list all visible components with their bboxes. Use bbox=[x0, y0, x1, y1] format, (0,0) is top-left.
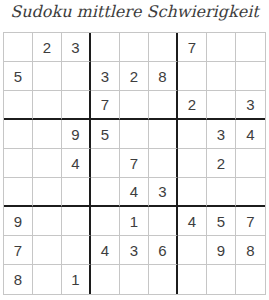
cell-r9c3[interactable]: 1 bbox=[62, 265, 91, 294]
cell-r9c6[interactable] bbox=[149, 265, 178, 294]
cell-r4c2[interactable] bbox=[33, 120, 62, 149]
cell-r1c5[interactable] bbox=[120, 33, 149, 62]
cell-r1c3[interactable]: 3 bbox=[62, 33, 91, 62]
cell-r6c7[interactable] bbox=[178, 178, 207, 207]
sudoku-page: Sudoku mittlere Schwierigkeit 2375328723… bbox=[0, 0, 269, 300]
cell-r7c3[interactable] bbox=[62, 207, 91, 236]
cell-r4c5[interactable] bbox=[120, 120, 149, 149]
cell-r8c5[interactable]: 3 bbox=[120, 236, 149, 265]
cell-r2c8[interactable] bbox=[207, 62, 236, 91]
cell-r9c1[interactable]: 8 bbox=[4, 265, 33, 294]
cell-r9c7[interactable] bbox=[178, 265, 207, 294]
cell-r7c4[interactable] bbox=[91, 207, 120, 236]
cell-r8c8[interactable]: 9 bbox=[207, 236, 236, 265]
cell-r4c3[interactable]: 9 bbox=[62, 120, 91, 149]
sudoku-board: 23753287239534472439145774369881 bbox=[3, 32, 266, 295]
cell-r9c2[interactable] bbox=[33, 265, 62, 294]
cell-r2c9[interactable] bbox=[236, 62, 265, 91]
cell-r4c8[interactable]: 3 bbox=[207, 120, 236, 149]
cell-r9c9[interactable] bbox=[236, 265, 265, 294]
cell-r6c4[interactable] bbox=[91, 178, 120, 207]
cell-r7c8[interactable]: 5 bbox=[207, 207, 236, 236]
cell-r6c5[interactable]: 4 bbox=[120, 178, 149, 207]
cell-r1c2[interactable]: 2 bbox=[33, 33, 62, 62]
cell-r8c4[interactable]: 4 bbox=[91, 236, 120, 265]
cell-r3c5[interactable] bbox=[120, 91, 149, 120]
cell-r3c2[interactable] bbox=[33, 91, 62, 120]
cell-r4c6[interactable] bbox=[149, 120, 178, 149]
cell-r3c1[interactable] bbox=[4, 91, 33, 120]
cell-r1c6[interactable] bbox=[149, 33, 178, 62]
cell-r7c6[interactable] bbox=[149, 207, 178, 236]
cell-r8c3[interactable] bbox=[62, 236, 91, 265]
cell-r6c8[interactable] bbox=[207, 178, 236, 207]
cell-r5c8[interactable]: 2 bbox=[207, 149, 236, 178]
cell-r4c7[interactable] bbox=[178, 120, 207, 149]
cell-r1c7[interactable]: 7 bbox=[178, 33, 207, 62]
cell-r2c1[interactable]: 5 bbox=[4, 62, 33, 91]
cell-r5c7[interactable] bbox=[178, 149, 207, 178]
cell-r7c7[interactable]: 4 bbox=[178, 207, 207, 236]
cell-r4c4[interactable]: 5 bbox=[91, 120, 120, 149]
cell-r6c9[interactable] bbox=[236, 178, 265, 207]
cell-r3c9[interactable]: 3 bbox=[236, 91, 265, 120]
cell-r5c6[interactable] bbox=[149, 149, 178, 178]
cell-r5c5[interactable]: 7 bbox=[120, 149, 149, 178]
cell-r9c8[interactable] bbox=[207, 265, 236, 294]
cell-r6c6[interactable]: 3 bbox=[149, 178, 178, 207]
cell-r6c1[interactable] bbox=[4, 178, 33, 207]
cell-r7c2[interactable] bbox=[33, 207, 62, 236]
cell-r7c5[interactable]: 1 bbox=[120, 207, 149, 236]
cell-r2c4[interactable]: 3 bbox=[91, 62, 120, 91]
cell-r5c3[interactable]: 4 bbox=[62, 149, 91, 178]
cell-r7c1[interactable]: 9 bbox=[4, 207, 33, 236]
puzzle-title: Sudoku mittlere Schwierigkeit bbox=[0, 2, 269, 21]
cell-r2c7[interactable] bbox=[178, 62, 207, 91]
cell-r2c3[interactable] bbox=[62, 62, 91, 91]
cell-r2c2[interactable] bbox=[33, 62, 62, 91]
cell-r3c6[interactable] bbox=[149, 91, 178, 120]
cell-r8c7[interactable] bbox=[178, 236, 207, 265]
cell-r4c1[interactable] bbox=[4, 120, 33, 149]
cell-r8c2[interactable] bbox=[33, 236, 62, 265]
cell-r1c8[interactable] bbox=[207, 33, 236, 62]
cell-r3c4[interactable]: 7 bbox=[91, 91, 120, 120]
cell-r5c1[interactable] bbox=[4, 149, 33, 178]
cell-r3c7[interactable]: 2 bbox=[178, 91, 207, 120]
cell-r6c3[interactable] bbox=[62, 178, 91, 207]
cell-r1c4[interactable] bbox=[91, 33, 120, 62]
cell-r1c9[interactable] bbox=[236, 33, 265, 62]
cell-r2c6[interactable]: 8 bbox=[149, 62, 178, 91]
cell-r6c2[interactable] bbox=[33, 178, 62, 207]
cell-r9c4[interactable] bbox=[91, 265, 120, 294]
cell-r3c3[interactable] bbox=[62, 91, 91, 120]
cell-r4c9[interactable]: 4 bbox=[236, 120, 265, 149]
cell-r8c1[interactable]: 7 bbox=[4, 236, 33, 265]
cell-r5c2[interactable] bbox=[33, 149, 62, 178]
cell-r1c1[interactable] bbox=[4, 33, 33, 62]
cell-r8c9[interactable]: 8 bbox=[236, 236, 265, 265]
cell-r2c5[interactable]: 2 bbox=[120, 62, 149, 91]
cell-r3c8[interactable] bbox=[207, 91, 236, 120]
cell-r7c9[interactable]: 7 bbox=[236, 207, 265, 236]
cell-r8c6[interactable]: 6 bbox=[149, 236, 178, 265]
cell-r5c4[interactable] bbox=[91, 149, 120, 178]
cell-r5c9[interactable] bbox=[236, 149, 265, 178]
cell-r9c5[interactable] bbox=[120, 265, 149, 294]
